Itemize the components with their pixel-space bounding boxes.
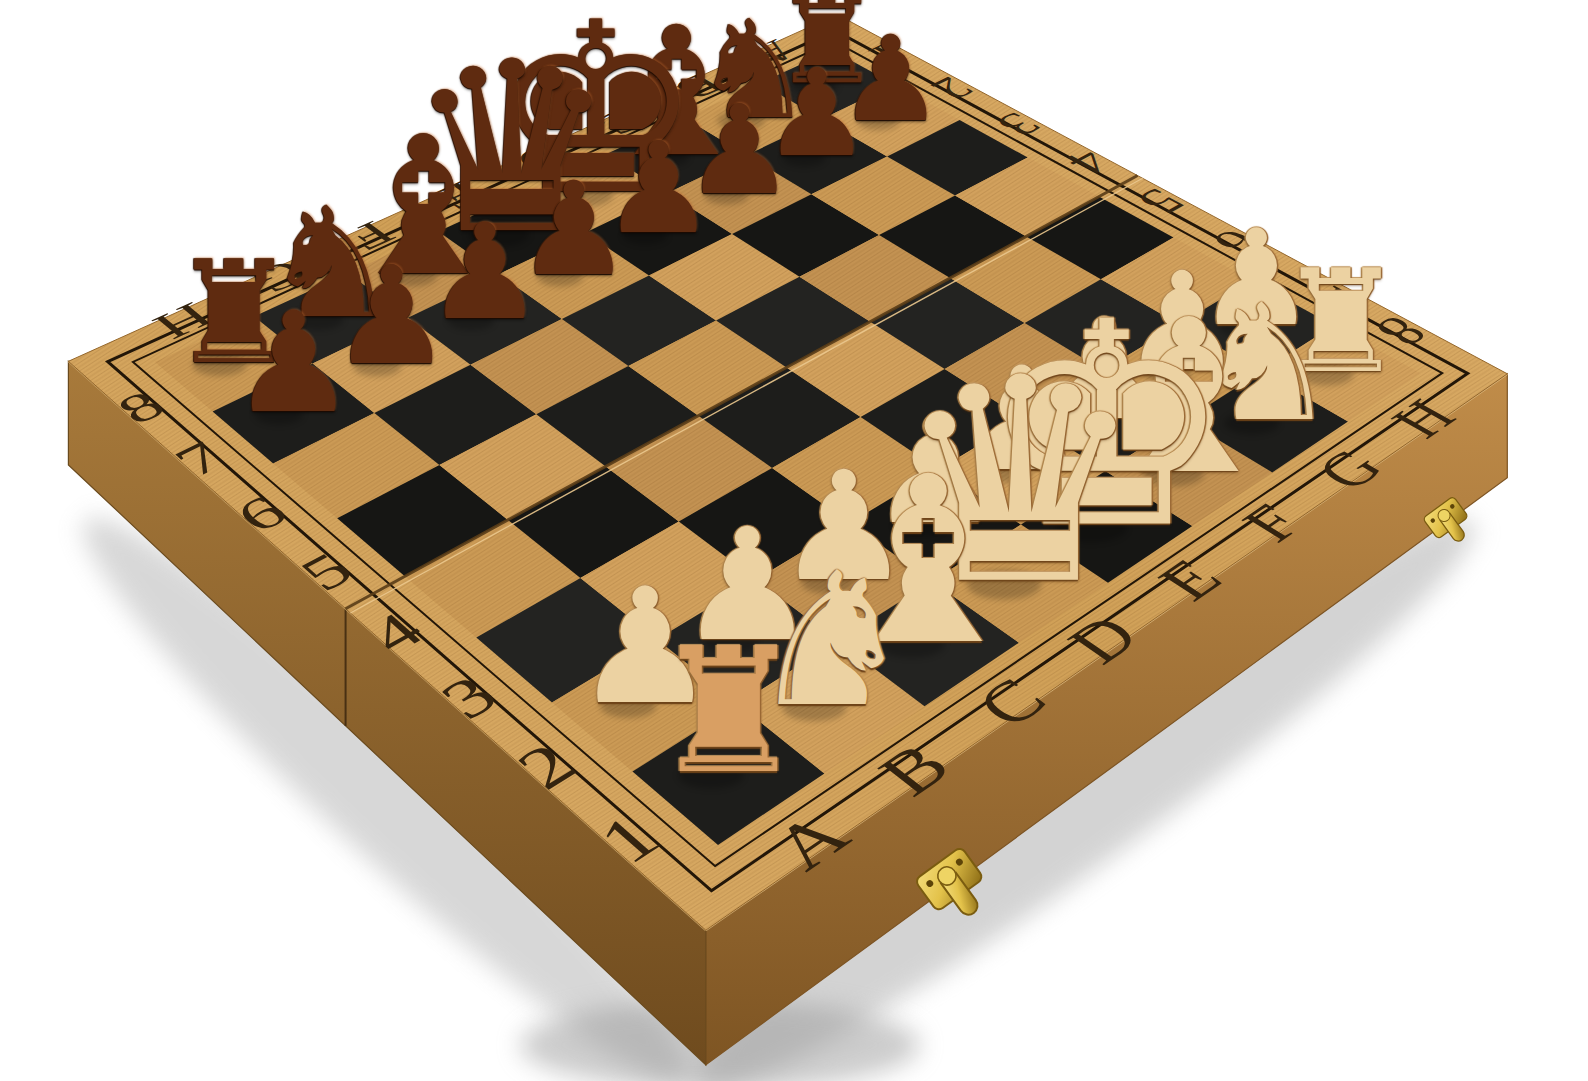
photo-canvas: AH18BG27CF36DE45ED54FC63GB72HA81 ♜♞♟♝♟♚♟… xyxy=(0,0,1588,1081)
piece-white-rook-a1: ♜ xyxy=(651,626,806,799)
piece-black-pawn-a7: ♟ xyxy=(231,294,356,433)
pieces-layer: ♜♞♟♝♟♚♟♛♟♝♟♞♟♟♜♟♟♜♟♟♞♟♝♟♚♟♛♟♝♟♞♜ xyxy=(0,0,1588,1081)
